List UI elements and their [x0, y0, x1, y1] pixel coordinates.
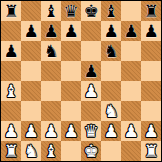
piece-black-queen[interactable]: ♛	[63, 1, 78, 21]
square-d7[interactable]: ♟	[61, 21, 81, 41]
piece-black-pawn[interactable]: ♟	[83, 61, 98, 81]
square-d8[interactable]: ♛	[61, 1, 81, 21]
chess-board: ♜♝♛♚♝♜♟♟♟♟♟♟♟♞♞♟♝♟♞♟♟♟♟♛♟♟♟♜♞♝♚♜	[0, 0, 162, 162]
square-e1[interactable]: ♚	[81, 141, 101, 161]
square-h7[interactable]: ♟	[141, 21, 161, 41]
square-d4[interactable]	[61, 81, 81, 101]
square-b2[interactable]: ♟	[21, 121, 41, 141]
square-c5[interactable]	[41, 61, 61, 81]
square-h5[interactable]	[141, 61, 161, 81]
square-h6[interactable]	[141, 41, 161, 61]
piece-black-knight[interactable]: ♞	[43, 41, 58, 61]
piece-black-pawn[interactable]: ♟	[123, 21, 138, 41]
square-e2[interactable]: ♛	[81, 121, 101, 141]
piece-black-knight[interactable]: ♞	[103, 41, 118, 61]
square-g8[interactable]	[121, 1, 141, 21]
square-e5[interactable]: ♟	[81, 61, 101, 81]
square-f3[interactable]: ♞	[101, 101, 121, 121]
square-a3[interactable]	[1, 101, 21, 121]
square-d5[interactable]	[61, 61, 81, 81]
square-c8[interactable]: ♝	[41, 1, 61, 21]
square-e6[interactable]	[81, 41, 101, 61]
square-g3[interactable]	[121, 101, 141, 121]
square-a4[interactable]: ♝	[1, 81, 21, 101]
square-e4[interactable]: ♟	[81, 81, 101, 101]
piece-white-knight[interactable]: ♞	[103, 101, 118, 121]
square-a1[interactable]: ♜	[1, 141, 21, 161]
square-g1[interactable]	[121, 141, 141, 161]
square-h2[interactable]: ♟	[141, 121, 161, 141]
square-c2[interactable]: ♟	[41, 121, 61, 141]
square-h1[interactable]: ♜	[141, 141, 161, 161]
square-g7[interactable]: ♟	[121, 21, 141, 41]
piece-black-pawn[interactable]: ♟	[23, 21, 38, 41]
piece-white-bishop[interactable]: ♝	[3, 81, 18, 101]
square-f8[interactable]: ♝	[101, 1, 121, 21]
square-c4[interactable]	[41, 81, 61, 101]
square-a7[interactable]	[1, 21, 21, 41]
square-g4[interactable]	[121, 81, 141, 101]
square-b3[interactable]	[21, 101, 41, 121]
square-b5[interactable]	[21, 61, 41, 81]
square-f5[interactable]	[101, 61, 121, 81]
piece-white-pawn[interactable]: ♟	[83, 81, 98, 101]
square-d2[interactable]: ♟	[61, 121, 81, 141]
square-f2[interactable]: ♟	[101, 121, 121, 141]
piece-black-king[interactable]: ♚	[83, 1, 98, 21]
piece-white-pawn[interactable]: ♟	[23, 121, 38, 141]
piece-black-bishop[interactable]: ♝	[103, 1, 118, 21]
piece-white-bishop[interactable]: ♝	[43, 141, 58, 161]
square-f7[interactable]: ♟	[101, 21, 121, 41]
square-f1[interactable]	[101, 141, 121, 161]
piece-black-pawn[interactable]: ♟	[143, 21, 158, 41]
square-b8[interactable]	[21, 1, 41, 21]
piece-black-rook[interactable]: ♜	[3, 1, 18, 21]
piece-black-pawn[interactable]: ♟	[63, 21, 78, 41]
square-c1[interactable]: ♝	[41, 141, 61, 161]
square-d3[interactable]	[61, 101, 81, 121]
piece-white-queen[interactable]: ♛	[83, 121, 98, 141]
square-e8[interactable]: ♚	[81, 1, 101, 21]
square-a5[interactable]	[1, 61, 21, 81]
piece-white-pawn[interactable]: ♟	[143, 121, 158, 141]
square-a8[interactable]: ♜	[1, 1, 21, 21]
piece-white-king[interactable]: ♚	[83, 141, 98, 161]
piece-black-pawn[interactable]: ♟	[3, 41, 18, 61]
square-d1[interactable]	[61, 141, 81, 161]
piece-black-pawn[interactable]: ♟	[43, 21, 58, 41]
square-a6[interactable]: ♟	[1, 41, 21, 61]
piece-white-rook[interactable]: ♜	[3, 141, 18, 161]
square-c6[interactable]: ♞	[41, 41, 61, 61]
square-a2[interactable]: ♟	[1, 121, 21, 141]
square-h4[interactable]	[141, 81, 161, 101]
square-g5[interactable]	[121, 61, 141, 81]
piece-white-pawn[interactable]: ♟	[63, 121, 78, 141]
square-b7[interactable]: ♟	[21, 21, 41, 41]
square-f4[interactable]	[101, 81, 121, 101]
piece-white-rook[interactable]: ♜	[143, 141, 158, 161]
square-d6[interactable]	[61, 41, 81, 61]
piece-black-rook[interactable]: ♜	[143, 1, 158, 21]
square-h3[interactable]	[141, 101, 161, 121]
piece-white-pawn[interactable]: ♟	[3, 121, 18, 141]
square-e3[interactable]	[81, 101, 101, 121]
piece-white-pawn[interactable]: ♟	[103, 121, 118, 141]
square-c3[interactable]	[41, 101, 61, 121]
square-g6[interactable]	[121, 41, 141, 61]
square-c7[interactable]: ♟	[41, 21, 61, 41]
piece-black-bishop[interactable]: ♝	[43, 1, 58, 21]
piece-white-pawn[interactable]: ♟	[43, 121, 58, 141]
square-b4[interactable]	[21, 81, 41, 101]
square-b6[interactable]	[21, 41, 41, 61]
piece-white-pawn[interactable]: ♟	[123, 121, 138, 141]
square-e7[interactable]	[81, 21, 101, 41]
square-h8[interactable]: ♜	[141, 1, 161, 21]
piece-black-pawn[interactable]: ♟	[103, 21, 118, 41]
square-f6[interactable]: ♞	[101, 41, 121, 61]
square-b1[interactable]: ♞	[21, 141, 41, 161]
square-g2[interactable]: ♟	[121, 121, 141, 141]
piece-white-knight[interactable]: ♞	[23, 141, 38, 161]
